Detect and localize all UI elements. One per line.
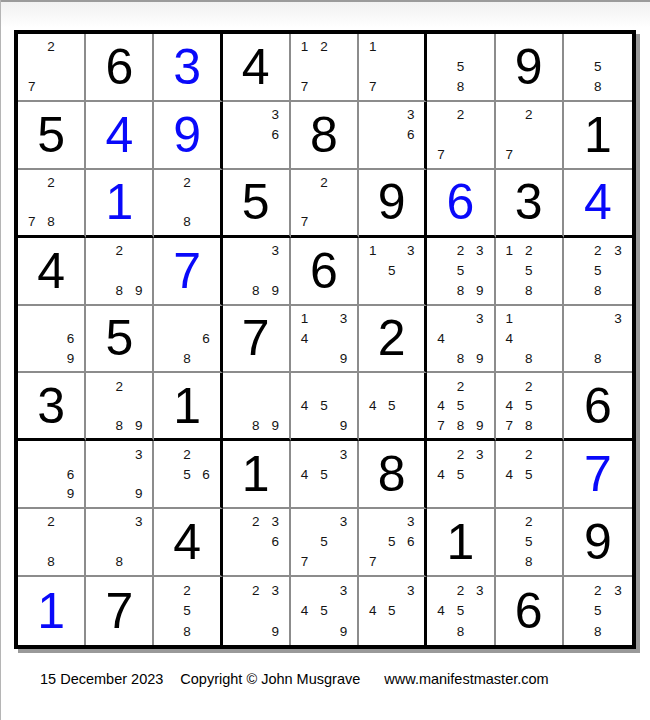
candidate-digit: [158, 601, 177, 622]
candidate-digit: [227, 552, 246, 572]
candidate-digit: [538, 552, 557, 572]
candidate-digit: 3: [129, 444, 148, 464]
candidate-digit: 9: [265, 621, 284, 642]
candidate-digit: [431, 281, 450, 301]
cell-r2c1[interactable]: 5: [18, 102, 86, 170]
candidate-digit: [227, 261, 246, 281]
cell-r1c1[interactable]: 27: [18, 34, 86, 102]
candidates: 135: [359, 238, 424, 304]
cell-r4c4[interactable]: 389: [223, 238, 291, 306]
candidate-digit: [41, 464, 60, 484]
candidate-digit: [90, 512, 109, 532]
cell-r8c7[interactable]: 1: [427, 509, 495, 577]
cell-r9c1[interactable]: 1: [18, 577, 86, 645]
cell-r9c7[interactable]: 23458: [427, 577, 495, 645]
given-digit: 6: [86, 34, 152, 100]
candidate-digit: 7: [500, 416, 519, 436]
candidate-digit: 2: [588, 241, 608, 261]
candidate-digit: [265, 552, 284, 572]
candidate-digit: [431, 348, 450, 368]
candidate-digit: [41, 484, 60, 504]
candidate-digit: [363, 281, 382, 301]
candidates: 289: [86, 373, 152, 438]
candidate-digit: [295, 512, 314, 532]
cell-r3c3[interactable]: 28: [154, 170, 222, 238]
candidates: 36: [359, 102, 424, 168]
given-digit: 5: [18, 102, 84, 168]
candidate-digit: [41, 348, 60, 368]
candidate-digit: [538, 241, 557, 261]
solved-digit: 4: [86, 102, 152, 168]
cell-r1c2[interactable]: 6: [86, 34, 154, 102]
cell-r8c4[interactable]: 236: [223, 509, 291, 577]
candidate-digit: 2: [178, 444, 197, 464]
candidate-digit: [90, 261, 109, 281]
cell-r7c1[interactable]: 69: [18, 441, 86, 509]
solved-digit: 3: [154, 34, 219, 100]
candidate-digit: 3: [265, 241, 284, 261]
candidate-digit: [265, 261, 284, 281]
cell-r3c8[interactable]: 3: [496, 170, 564, 238]
candidate-digit: [265, 601, 284, 622]
cell-r6c8[interactable]: 24578: [496, 373, 564, 441]
cell-r5c5[interactable]: 1349: [291, 306, 359, 374]
candidate-digit: 1: [500, 309, 519, 329]
cell-r9c2[interactable]: 7: [86, 577, 154, 645]
candidate-digit: 8: [519, 348, 538, 368]
candidate-digit: [568, 241, 588, 261]
cell-r8c6[interactable]: 3567: [359, 509, 427, 577]
candidate-digit: 3: [401, 241, 420, 261]
candidate-digit: [314, 309, 333, 329]
candidate-digit: [295, 192, 314, 212]
window-top-edge: [0, 0, 650, 28]
candidate-digit: [470, 57, 489, 77]
candidate-digit: 8: [588, 621, 608, 642]
candidate-digit: 9: [265, 281, 284, 301]
candidate-digit: [22, 348, 41, 368]
given-digit: 1: [564, 102, 632, 168]
candidates: 27: [427, 102, 493, 168]
candidate-digit: [451, 309, 470, 329]
candidate-digit: [314, 329, 333, 349]
candidate-digit: 5: [451, 396, 470, 416]
candidate-digit: [158, 173, 177, 193]
solved-digit: 9: [154, 102, 219, 168]
candidate-digit: 4: [295, 464, 314, 484]
candidate-digit: [295, 57, 314, 77]
candidate-digit: [470, 145, 489, 165]
candidate-digit: 5: [178, 464, 197, 484]
cell-r9c5[interactable]: 3459: [291, 577, 359, 645]
cell-r4c6[interactable]: 135: [359, 238, 427, 306]
cell-r9c8[interactable]: 6: [496, 577, 564, 645]
candidate-digit: 3: [608, 309, 628, 329]
candidate-digit: 1: [295, 37, 314, 57]
candidate-digit: [110, 261, 129, 281]
candidate-digit: 7: [295, 552, 314, 572]
candidate-digit: 8: [451, 77, 470, 97]
candidate-digit: 2: [246, 580, 265, 601]
candidate-digit: [61, 173, 80, 193]
cell-r3c4[interactable]: 5: [223, 170, 291, 238]
candidate-digit: [90, 484, 109, 504]
candidate-digit: [382, 416, 401, 436]
candidates: 39: [86, 441, 152, 507]
candidate-digit: 5: [382, 601, 401, 622]
cell-r2c3[interactable]: 9: [154, 102, 222, 170]
candidate-digit: [227, 281, 246, 301]
candidate-digit: 3: [608, 241, 628, 261]
candidate-digit: [519, 309, 538, 329]
candidate-digit: [588, 37, 608, 57]
cell-r5c7[interactable]: 3489: [427, 306, 495, 374]
candidate-digit: 8: [41, 212, 60, 232]
candidate-digit: 5: [519, 532, 538, 552]
candidate-digit: 2: [110, 376, 129, 396]
given-digit: 6: [291, 238, 357, 304]
candidate-digit: [246, 145, 265, 165]
candidate-digit: 4: [431, 329, 450, 349]
candidate-digit: [538, 512, 557, 532]
candidate-digit: [41, 77, 60, 97]
cell-r7c3[interactable]: 256: [154, 441, 222, 509]
cell-r3c9[interactable]: 4: [564, 170, 632, 238]
cell-r8c3[interactable]: 4: [154, 509, 222, 577]
candidate-digit: [363, 621, 382, 642]
candidate-digit: 2: [178, 580, 197, 601]
candidate-digit: [246, 125, 265, 145]
cell-r7c6[interactable]: 8: [359, 441, 427, 509]
candidate-digit: [314, 212, 333, 232]
given-digit: 4: [223, 34, 289, 100]
cell-r4c3[interactable]: 7: [154, 238, 222, 306]
candidate-digit: [158, 464, 177, 484]
candidate-digit: 2: [314, 37, 333, 57]
cell-r3c7[interactable]: 6: [427, 170, 495, 238]
solved-digit: 1: [86, 170, 152, 235]
candidate-digit: [158, 329, 177, 349]
candidate-digit: 2: [451, 241, 470, 261]
candidates: 258: [496, 509, 562, 575]
cell-r5c8[interactable]: 148: [496, 306, 564, 374]
candidate-digit: 9: [61, 484, 80, 504]
given-digit: 8: [291, 102, 357, 168]
cell-r8c9[interactable]: 9: [564, 509, 632, 577]
cell-r7c2[interactable]: 39: [86, 441, 154, 509]
cell-r2c9[interactable]: 1: [564, 102, 632, 170]
cell-r1c3[interactable]: 3: [154, 34, 222, 102]
candidate-digit: [608, 37, 628, 57]
cell-r3c1[interactable]: 278: [18, 170, 86, 238]
candidate-digit: [401, 396, 420, 416]
cell-r9c4[interactable]: 239: [223, 577, 291, 645]
candidate-digit: [314, 444, 333, 464]
candidate-digit: [451, 484, 470, 504]
candidate-digit: [61, 77, 80, 97]
candidate-digit: [382, 145, 401, 165]
candidate-digit: 9: [470, 348, 489, 368]
candidate-digit: [41, 532, 60, 552]
candidate-digit: [22, 309, 41, 329]
candidate-digit: [295, 444, 314, 464]
candidate-digit: [129, 261, 148, 281]
candidates: 459: [291, 373, 357, 438]
candidates: 289: [86, 238, 152, 304]
candidate-digit: [538, 464, 557, 484]
candidates: 278: [18, 170, 84, 235]
candidate-digit: [197, 173, 216, 193]
candidate-digit: [334, 212, 353, 232]
candidate-digit: 2: [451, 444, 470, 464]
cell-r8c5[interactable]: 357: [291, 509, 359, 577]
cell-r1c4[interactable]: 4: [223, 34, 291, 102]
candidate-digit: [538, 376, 557, 396]
candidate-digit: 5: [588, 261, 608, 281]
candidate-digit: [500, 512, 519, 532]
candidate-digit: [295, 173, 314, 193]
candidate-digit: [431, 37, 450, 57]
candidate-digit: 6: [197, 329, 216, 349]
cell-r1c5[interactable]: 127: [291, 34, 359, 102]
cell-r2c6[interactable]: 36: [359, 102, 427, 170]
candidate-digit: [22, 512, 41, 532]
cell-r9c6[interactable]: 345: [359, 577, 427, 645]
cell-r1c6[interactable]: 17: [359, 34, 427, 102]
candidate-digit: [538, 105, 557, 125]
candidate-digit: 2: [519, 444, 538, 464]
candidate-digit: [61, 532, 80, 552]
candidate-digit: [431, 105, 450, 125]
given-digit: 1: [154, 373, 219, 438]
candidate-digit: 2: [519, 512, 538, 532]
cell-r7c4[interactable]: 1: [223, 441, 291, 509]
candidate-digit: 4: [363, 396, 382, 416]
candidate-digit: [382, 77, 401, 97]
cell-r1c8[interactable]: 9: [496, 34, 564, 102]
candidate-digit: [588, 309, 608, 329]
cell-r4c5[interactable]: 6: [291, 238, 359, 306]
cell-r6c9[interactable]: 6: [564, 373, 632, 441]
candidate-digit: [61, 37, 80, 57]
candidate-digit: 3: [129, 512, 148, 532]
candidate-digit: [568, 57, 588, 77]
given-digit: 1: [223, 441, 289, 507]
candidate-digit: [41, 444, 60, 464]
candidate-digit: [470, 376, 489, 396]
candidate-digit: [158, 212, 177, 232]
candidate-digit: [129, 241, 148, 261]
cell-r6c3[interactable]: 1: [154, 373, 222, 441]
candidate-digit: [382, 512, 401, 532]
candidate-digit: [178, 192, 197, 212]
candidate-digit: 8: [246, 416, 265, 436]
candidates: 245: [496, 441, 562, 507]
candidates: 2358: [564, 238, 632, 304]
candidate-digit: 4: [295, 329, 314, 349]
cell-r5c9[interactable]: 38: [564, 306, 632, 374]
candidate-digit: [246, 376, 265, 396]
cell-r2c5[interactable]: 8: [291, 102, 359, 170]
cell-r7c9[interactable]: 7: [564, 441, 632, 509]
cell-r2c2[interactable]: 4: [86, 102, 154, 170]
cell-r5c3[interactable]: 68: [154, 306, 222, 374]
cell-r6c5[interactable]: 459: [291, 373, 359, 441]
candidate-digit: 8: [451, 281, 470, 301]
candidate-digit: [158, 348, 177, 368]
candidate-digit: [608, 281, 628, 301]
candidate-digit: [22, 484, 41, 504]
candidate-digit: [382, 105, 401, 125]
cell-r9c9[interactable]: 2358: [564, 577, 632, 645]
candidate-digit: 2: [41, 512, 60, 532]
candidate-digit: [265, 396, 284, 416]
candidate-digit: [41, 192, 60, 212]
cell-r6c2[interactable]: 289: [86, 373, 154, 441]
candidates: 58: [564, 34, 632, 100]
cell-r7c7[interactable]: 2345: [427, 441, 495, 509]
candidate-digit: [246, 241, 265, 261]
cell-r6c6[interactable]: 45: [359, 373, 427, 441]
candidate-digit: [334, 464, 353, 484]
candidate-digit: [608, 261, 628, 281]
given-digit: 9: [564, 509, 632, 575]
cell-r8c1[interactable]: 28: [18, 509, 86, 577]
candidate-digit: [470, 37, 489, 57]
candidate-digit: [197, 212, 216, 232]
cell-r4c7[interactable]: 23589: [427, 238, 495, 306]
candidate-digit: [90, 396, 109, 416]
cell-r2c7[interactable]: 27: [427, 102, 495, 170]
candidate-digit: 2: [110, 241, 129, 261]
cell-r3c2[interactable]: 1: [86, 170, 154, 238]
cell-r8c8[interactable]: 258: [496, 509, 564, 577]
given-digit: 7: [223, 306, 289, 372]
candidate-digit: [401, 37, 420, 57]
candidate-digit: 4: [500, 464, 519, 484]
cell-r3c5[interactable]: 27: [291, 170, 359, 238]
candidate-digit: [61, 212, 80, 232]
candidate-digit: 9: [334, 416, 353, 436]
cell-r9c3[interactable]: 258: [154, 577, 222, 645]
candidate-digit: [129, 552, 148, 572]
cell-r5c6[interactable]: 2: [359, 306, 427, 374]
cell-r6c7[interactable]: 245789: [427, 373, 495, 441]
footer-date: 15 December 2023: [40, 671, 163, 687]
cell-r4c8[interactable]: 1258: [496, 238, 564, 306]
candidate-digit: 5: [314, 396, 333, 416]
candidate-digit: [227, 145, 246, 165]
candidate-digit: [265, 145, 284, 165]
candidate-digit: 3: [334, 580, 353, 601]
candidate-digit: 9: [334, 348, 353, 368]
candidate-digit: [431, 484, 450, 504]
candidate-digit: [382, 580, 401, 601]
candidate-digit: [500, 444, 519, 464]
candidates: 36: [223, 102, 289, 168]
candidate-digit: [314, 77, 333, 97]
cell-r4c1[interactable]: 4: [18, 238, 86, 306]
candidate-digit: [401, 145, 420, 165]
cell-r4c2[interactable]: 289: [86, 238, 154, 306]
cell-r1c7[interactable]: 58: [427, 34, 495, 102]
candidate-digit: 3: [334, 444, 353, 464]
footer: 15 December 2023 Copyright © John Musgra…: [40, 671, 549, 687]
candidates: 23589: [427, 238, 493, 304]
candidate-digit: [314, 416, 333, 436]
candidate-digit: [158, 192, 177, 212]
cell-r7c8[interactable]: 245: [496, 441, 564, 509]
cell-r6c4[interactable]: 89: [223, 373, 291, 441]
candidate-digit: 3: [401, 105, 420, 125]
cell-r5c2[interactable]: 5: [86, 306, 154, 374]
cell-r8c2[interactable]: 38: [86, 509, 154, 577]
candidate-digit: [197, 484, 216, 504]
sudoku-board: 2763412717589585493683627271278128527963…: [14, 30, 636, 649]
candidates: 245789: [427, 373, 493, 438]
candidate-digit: 8: [41, 552, 60, 572]
candidate-digit: [22, 532, 41, 552]
candidate-digit: 5: [451, 601, 470, 622]
candidate-digit: 5: [178, 601, 197, 622]
candidate-digit: [382, 376, 401, 396]
candidate-digit: [197, 348, 216, 368]
candidate-digit: [246, 601, 265, 622]
candidate-digit: [568, 621, 588, 642]
candidate-digit: [90, 241, 109, 261]
candidates: 239: [223, 577, 289, 645]
cell-r4c9[interactable]: 2358: [564, 238, 632, 306]
cell-r1c9[interactable]: 58: [564, 34, 632, 102]
cell-r5c1[interactable]: 69: [18, 306, 86, 374]
given-digit: 5: [86, 306, 152, 372]
cell-r2c8[interactable]: 27: [496, 102, 564, 170]
candidate-digit: 3: [470, 444, 489, 464]
candidate-digit: [314, 512, 333, 532]
candidate-digit: [41, 329, 60, 349]
candidate-digit: [314, 621, 333, 642]
candidate-digit: 5: [451, 57, 470, 77]
candidate-digit: [246, 621, 265, 642]
candidate-digit: [500, 281, 519, 301]
footer-copyright: Copyright © John Musgrave: [180, 671, 360, 687]
candidate-digit: 7: [363, 552, 382, 572]
candidate-digit: [334, 396, 353, 416]
candidate-digit: 9: [129, 281, 148, 301]
candidate-digit: [295, 348, 314, 368]
cell-r3c6[interactable]: 9: [359, 170, 427, 238]
cell-r7c5[interactable]: 345: [291, 441, 359, 509]
cell-r6c1[interactable]: 3: [18, 373, 86, 441]
candidate-digit: [470, 329, 489, 349]
candidate-digit: [538, 329, 557, 349]
candidate-digit: 1: [500, 241, 519, 261]
candidate-digit: [227, 621, 246, 642]
given-digit: 9: [359, 170, 424, 235]
candidate-digit: [227, 532, 246, 552]
candidate-digit: 7: [22, 77, 41, 97]
cell-r5c4[interactable]: 7: [223, 306, 291, 374]
candidate-digit: 2: [451, 580, 470, 601]
cell-r2c4[interactable]: 36: [223, 102, 291, 170]
candidate-digit: [334, 37, 353, 57]
candidate-digit: [265, 376, 284, 396]
candidate-digit: 8: [178, 348, 197, 368]
candidate-digit: 2: [41, 37, 60, 57]
candidates: 24578: [496, 373, 562, 438]
candidate-digit: 1: [363, 241, 382, 261]
candidate-digit: [246, 532, 265, 552]
